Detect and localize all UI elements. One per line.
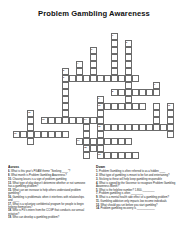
grid-cell[interactable] xyxy=(83,124,90,131)
grid-cell[interactable] xyxy=(111,75,118,82)
grid-cell[interactable] xyxy=(153,110,160,117)
cell-number: 6 xyxy=(63,76,64,78)
grid-cell[interactable]: 18 xyxy=(83,145,90,152)
grid-cell[interactable] xyxy=(83,138,90,145)
grid-cell[interactable]: 5 xyxy=(62,68,69,75)
cell-number: 3 xyxy=(91,48,92,50)
clue-item: 9. What is a mental health side effect o… xyxy=(96,195,184,198)
grid-cell[interactable] xyxy=(125,96,132,103)
across-header: Across xyxy=(8,165,88,169)
cell-number: 15 xyxy=(98,125,100,127)
grid-cell[interactable] xyxy=(62,131,69,138)
grid-cell[interactable] xyxy=(34,131,41,138)
grid-cell[interactable]: 2 xyxy=(125,40,132,47)
cell-number: 2 xyxy=(126,41,127,43)
cell-number: 16 xyxy=(14,132,16,134)
grid-cell[interactable] xyxy=(111,103,118,110)
grid-cell[interactable] xyxy=(111,124,118,131)
down-clues-section: Down 1. Problem Gambling is often referr… xyxy=(96,165,184,219)
grid-cell[interactable] xyxy=(90,54,97,61)
grid-cell[interactable] xyxy=(125,152,132,159)
cell-number: 17 xyxy=(77,139,79,141)
grid-cell[interactable] xyxy=(125,89,132,96)
grid-cell[interactable] xyxy=(167,110,174,117)
grid-cell[interactable] xyxy=(118,103,125,110)
grid-cell[interactable] xyxy=(62,117,69,124)
grid-cell[interactable] xyxy=(97,75,104,82)
grid-cell[interactable] xyxy=(62,103,69,110)
down-header: Down xyxy=(96,165,184,169)
grid-cell[interactable] xyxy=(132,152,139,159)
grid-cell[interactable] xyxy=(104,152,111,159)
cell-number: 1 xyxy=(112,34,113,36)
grid-cell[interactable] xyxy=(83,75,90,82)
grid-cell[interactable] xyxy=(27,117,34,124)
grid-cell[interactable]: 9 xyxy=(97,96,104,103)
grid-cell[interactable]: 10 xyxy=(97,103,104,110)
cell-number: 14 xyxy=(84,118,86,120)
grid-cell[interactable] xyxy=(90,117,97,124)
grid-cell[interactable] xyxy=(104,75,111,82)
grid-cell[interactable] xyxy=(125,103,132,110)
grid-cell[interactable] xyxy=(167,124,174,131)
clue-item: 6. What is this year's PGAM theme "Seeki… xyxy=(8,170,88,173)
cell-number: 18 xyxy=(84,146,86,148)
grid-cell[interactable] xyxy=(125,68,132,75)
grid-cell[interactable] xyxy=(111,152,118,159)
across-clue-list: 6. What is this year's PGAM theme "Seeki… xyxy=(8,170,88,219)
clue-item: 8. What month is Problem Gambling Awaren… xyxy=(8,173,88,176)
grid-cell[interactable] xyxy=(97,131,104,138)
cell-number: 11 xyxy=(168,104,170,106)
clue-lists: Across 6. What is this year's PGAM theme… xyxy=(8,165,188,219)
grid-cell[interactable]: 13 xyxy=(41,117,48,124)
clue-item: 12. What should you set before you start… xyxy=(96,203,184,206)
grid-cell[interactable] xyxy=(20,131,27,138)
grid-cell[interactable]: 19 xyxy=(97,152,104,159)
grid-cell[interactable] xyxy=(90,61,97,68)
grid-cell[interactable] xyxy=(76,68,83,75)
grid-cell[interactable]: 1 xyxy=(111,33,118,40)
grid-cell[interactable] xyxy=(153,117,160,124)
clue-item: 19. Who can develop a gambling problem? xyxy=(8,216,88,219)
grid-cell[interactable] xyxy=(90,75,97,82)
down-clue-list: 1. Problem Gambling is often referred to… xyxy=(96,170,184,210)
grid-cell[interactable]: 7 xyxy=(153,82,160,89)
cell-number: 12 xyxy=(28,111,30,113)
grid-cell[interactable] xyxy=(125,82,132,89)
grid-cell[interactable] xyxy=(27,138,34,145)
grid-cell[interactable] xyxy=(118,152,125,159)
grid-cell[interactable] xyxy=(139,89,146,96)
cell-number: 5 xyxy=(63,69,64,71)
clue-item: 17. What is a voluntary confidential pro… xyxy=(8,202,88,208)
grid-cell[interactable] xyxy=(83,131,90,138)
grid-cell[interactable] xyxy=(111,61,118,68)
grid-cell[interactable] xyxy=(62,96,69,103)
grid-cell[interactable] xyxy=(118,75,125,82)
cell-number: 7 xyxy=(154,83,155,85)
grid-cell[interactable] xyxy=(146,89,153,96)
clue-item: 15. What can we increase to help others … xyxy=(8,188,88,194)
grid-cell[interactable] xyxy=(62,110,69,117)
cell-number: 4 xyxy=(77,62,78,64)
grid-cell[interactable] xyxy=(125,54,132,61)
clue-item: 13. What type of play doesn't determine … xyxy=(8,181,88,187)
grid-cell[interactable] xyxy=(111,47,118,54)
grid-cell[interactable] xyxy=(111,40,118,47)
puzzle-title: Problem Gambling Awareness xyxy=(0,9,188,18)
grid-cell[interactable] xyxy=(97,138,104,145)
cell-number: 19 xyxy=(98,153,100,155)
grid-cell[interactable] xyxy=(132,89,139,96)
grid-cell[interactable] xyxy=(139,103,146,110)
grid-cell[interactable] xyxy=(139,124,146,131)
grid-cell[interactable] xyxy=(125,75,132,82)
cell-number: 9 xyxy=(98,97,99,99)
grid-cell[interactable] xyxy=(83,152,90,159)
grid-cell[interactable] xyxy=(118,124,125,131)
clue-item: 3. Sticking to these will help keep gamb… xyxy=(96,177,184,180)
grid-cell[interactable] xyxy=(111,54,118,61)
clue-item: 1. Problem Gambling is often referred to… xyxy=(96,170,184,173)
grid-cell[interactable] xyxy=(90,138,97,145)
clue-item: 4. What is signed by the Governor to rec… xyxy=(96,181,184,187)
grid-cell[interactable] xyxy=(153,89,160,96)
grid-cell[interactable]: 12 xyxy=(27,110,34,117)
grid-cell[interactable]: 8 xyxy=(111,89,118,96)
clue-item: 14. Problem gambling recovery is _______… xyxy=(96,207,184,210)
grid-cell[interactable]: 4 xyxy=(76,61,83,68)
grid-cell[interactable] xyxy=(111,138,118,145)
grid-cell[interactable] xyxy=(69,75,76,82)
clue-item: 18. Who is PG's intern from the CCGP tha… xyxy=(8,209,88,215)
crossword-grid[interactable]: 12345678910111213141516171819 xyxy=(13,33,174,159)
clue-item: 10. Chasing losses is a sign of problem … xyxy=(8,177,88,180)
grid-cell[interactable] xyxy=(48,117,55,124)
grid-cell[interactable]: 16 xyxy=(13,131,20,138)
grid-cell[interactable] xyxy=(27,131,34,138)
grid-cell[interactable] xyxy=(132,103,139,110)
grid-cell[interactable] xyxy=(41,131,48,138)
clue-item: 5. What is the helpline number? 1-800-__… xyxy=(96,188,184,191)
grid-cell[interactable] xyxy=(97,110,104,117)
crossword-worksheet-page: { "game": "crossword", "title": "Problem… xyxy=(0,0,188,243)
grid-cell[interactable] xyxy=(55,131,62,138)
grid-cell[interactable] xyxy=(118,89,125,96)
grid-cell[interactable] xyxy=(111,68,118,75)
grid-cell[interactable]: 14 xyxy=(83,117,90,124)
grid-cell[interactable] xyxy=(27,124,34,131)
grid-cell[interactable] xyxy=(48,131,55,138)
across-clues-section: Across 6. What is this year's PGAM theme… xyxy=(8,165,88,219)
grid-cell[interactable] xyxy=(76,117,83,124)
grid-cell[interactable] xyxy=(104,138,111,145)
grid-cell[interactable] xyxy=(125,138,132,145)
grid-cell[interactable] xyxy=(132,124,139,131)
grid-cell[interactable] xyxy=(153,103,160,110)
grid-cell[interactable] xyxy=(104,124,111,131)
clue-item: 7. Problem gambling is often ________ xyxy=(96,192,184,195)
grid-cell[interactable] xyxy=(62,89,69,96)
grid-cell[interactable] xyxy=(76,75,83,82)
clue-item: 2. What type of gambling is meant to be … xyxy=(96,173,184,176)
grid-cell[interactable] xyxy=(153,124,160,131)
cell-number: 13 xyxy=(42,118,44,120)
grid-cell[interactable] xyxy=(146,124,153,131)
clue-item: 11. Gambling addiction only impacts low … xyxy=(96,199,184,202)
grid-cell[interactable] xyxy=(132,75,139,82)
grid-cell[interactable] xyxy=(125,61,132,68)
grid-cell[interactable]: 17 xyxy=(76,138,83,145)
cell-number: 8 xyxy=(112,90,113,92)
grid-cell[interactable]: 6 xyxy=(62,75,69,82)
grid-cell[interactable]: 15 xyxy=(97,124,104,131)
grid-cell[interactable] xyxy=(125,47,132,54)
grid-cell[interactable] xyxy=(167,131,174,138)
grid-cell[interactable]: 11 xyxy=(167,103,174,110)
grid-cell[interactable] xyxy=(90,68,97,75)
cell-number: 10 xyxy=(98,104,100,106)
grid-cell[interactable] xyxy=(167,117,174,124)
grid-cell[interactable] xyxy=(97,117,104,124)
grid-cell[interactable] xyxy=(69,117,76,124)
grid-cell[interactable] xyxy=(55,117,62,124)
clue-item: 16. Gambling is problematic when it inte… xyxy=(8,195,88,201)
grid-cell[interactable] xyxy=(90,145,97,152)
grid-cell[interactable] xyxy=(160,124,167,131)
grid-cell[interactable] xyxy=(62,82,69,89)
grid-cell[interactable] xyxy=(118,138,125,145)
grid-cell[interactable]: 3 xyxy=(90,47,97,54)
grid-cell[interactable] xyxy=(104,103,111,110)
grid-cell[interactable] xyxy=(97,145,104,152)
grid-cell[interactable] xyxy=(125,124,132,131)
